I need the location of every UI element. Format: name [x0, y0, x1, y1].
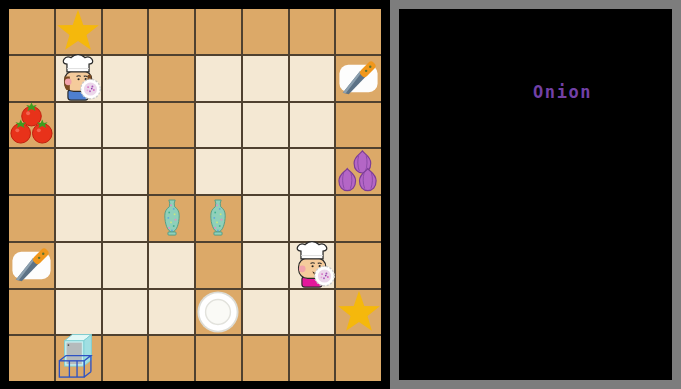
cell-r6-c1-floor [56, 290, 101, 335]
cell-r5-c7-counter [336, 243, 381, 288]
cell-r7-c0-counter [9, 336, 54, 381]
cell-r7-c4-counter [196, 336, 241, 381]
cell-r5-c3-floor [149, 243, 194, 288]
order-screen: Onion [399, 9, 672, 380]
cell-r0-c1-counter [56, 9, 101, 54]
cell-r6-c6-floor [290, 290, 335, 335]
cell-r6-c4-counter [196, 290, 241, 335]
cell-r4-c7-counter [336, 196, 381, 241]
vase-icon [149, 196, 194, 241]
cell-r6-c5-floor [243, 290, 288, 335]
cell-r6-c0-counter [9, 290, 54, 335]
cell-r0-c6-counter [290, 9, 335, 54]
cell-r7-c3-counter [149, 336, 194, 381]
cell-r1-c0-counter [9, 56, 54, 101]
cell-r5-c1-floor [56, 243, 101, 288]
chef-blue-shirt-icon [56, 56, 101, 101]
knife-board-icon [9, 243, 54, 288]
cell-r1-c4-floor [196, 56, 241, 101]
cell-r1-c7-counter [336, 56, 381, 101]
cell-r0-c3-counter [149, 9, 194, 54]
cell-r7-c7-counter [336, 336, 381, 381]
kitchen-board [0, 0, 390, 389]
order-label: Onion [533, 82, 592, 102]
cell-r3-c1-floor [56, 149, 101, 194]
cell-r2-c0-counter [9, 103, 54, 148]
cell-r3-c3-counter [149, 149, 194, 194]
cell-r4-c4-counter [196, 196, 241, 241]
cell-r2-c5-floor [243, 103, 288, 148]
cell-r4-c5-floor [243, 196, 288, 241]
cell-r6-c3-floor [149, 290, 194, 335]
board-grid [9, 9, 381, 381]
cell-r5-c6-floor [290, 243, 335, 288]
cell-r7-c1-counter [56, 336, 101, 381]
vase-icon [196, 196, 241, 241]
cell-r6-c7-counter [336, 290, 381, 335]
cell-r5-c0-counter [9, 243, 54, 288]
cell-r2-c7-counter [336, 103, 381, 148]
game-window: Onion [0, 0, 681, 389]
cell-r0-c5-counter [243, 9, 288, 54]
cell-r3-c5-floor [243, 149, 288, 194]
cell-r2-c1-floor [56, 103, 101, 148]
cell-r5-c4-counter [196, 243, 241, 288]
cell-r4-c1-floor [56, 196, 101, 241]
star-icon [56, 9, 101, 54]
cell-r5-c2-floor [103, 243, 148, 288]
tomatoes-icon [9, 103, 54, 148]
cell-r0-c7-counter [336, 9, 381, 54]
cell-r6-c2-floor [103, 290, 148, 335]
cell-r1-c5-floor [243, 56, 288, 101]
order-panel: Onion [390, 0, 681, 389]
cell-r1-c2-floor [103, 56, 148, 101]
cell-r1-c1-floor [56, 56, 101, 101]
cell-r2-c3-counter [149, 103, 194, 148]
cell-r7-c6-counter [290, 336, 335, 381]
cell-r4-c6-floor [290, 196, 335, 241]
cell-r2-c4-floor [196, 103, 241, 148]
cell-r4-c3-counter [149, 196, 194, 241]
cell-r3-c6-floor [290, 149, 335, 194]
cell-r0-c4-counter [196, 9, 241, 54]
knife-board-icon [336, 56, 381, 101]
cell-r0-c2-counter [103, 9, 148, 54]
cell-r4-c0-counter [9, 196, 54, 241]
cell-r3-c0-counter [9, 149, 54, 194]
cell-r1-c3-counter [149, 56, 194, 101]
plate-icon [196, 290, 241, 335]
cell-r0-c0-counter [9, 9, 54, 54]
fridge-icon [56, 336, 101, 381]
cell-r7-c2-counter [103, 336, 148, 381]
cell-r7-c5-counter [243, 336, 288, 381]
cell-r5-c5-floor [243, 243, 288, 288]
cell-r2-c6-floor [290, 103, 335, 148]
cell-r3-c4-floor [196, 149, 241, 194]
star-icon [336, 290, 381, 335]
cell-r3-c2-floor [103, 149, 148, 194]
cell-r2-c2-floor [103, 103, 148, 148]
cell-r3-c7-counter [336, 149, 381, 194]
cell-r1-c6-floor [290, 56, 335, 101]
cell-r4-c2-floor [103, 196, 148, 241]
onions-icon [336, 149, 381, 194]
chef-pink-shirt-icon [290, 243, 335, 288]
